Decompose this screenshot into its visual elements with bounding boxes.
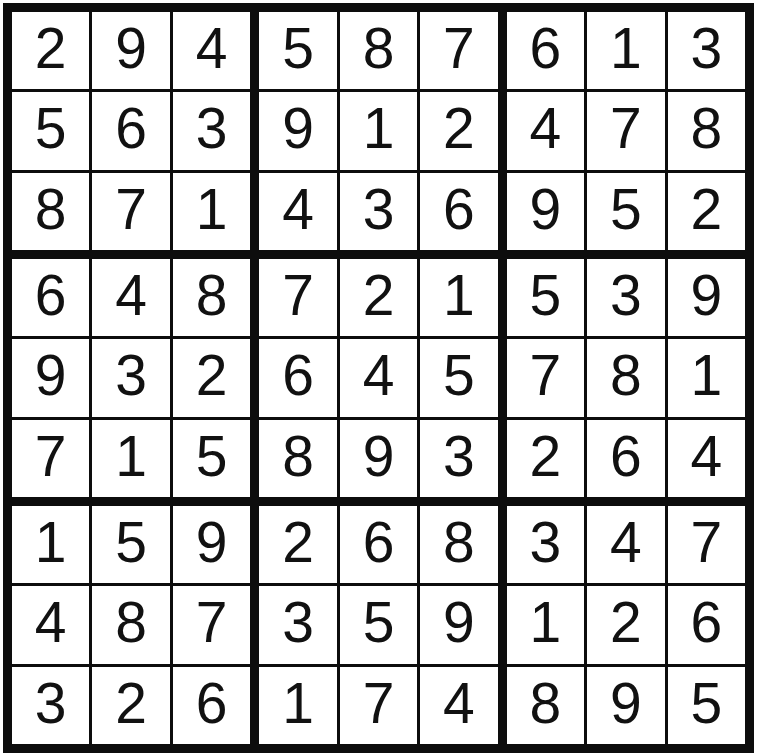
cell-r3c6[interactable]: 6 (420, 173, 497, 250)
cell-r7c2[interactable]: 5 (92, 506, 169, 583)
cell-r3c9[interactable]: 2 (668, 173, 745, 250)
cell-r5c4[interactable]: 6 (259, 339, 336, 416)
cell-r3c5[interactable]: 3 (340, 173, 417, 250)
cell-r2c4[interactable]: 9 (259, 92, 336, 169)
box-1: 294563871 (12, 12, 250, 250)
cell-r7c5[interactable]: 6 (340, 506, 417, 583)
cell-r9c9[interactable]: 5 (668, 667, 745, 744)
cell-r8c9[interactable]: 6 (668, 586, 745, 663)
cell-r2c7[interactable]: 4 (507, 92, 584, 169)
cell-r4c6[interactable]: 1 (420, 259, 497, 336)
cell-r8c2[interactable]: 8 (92, 586, 169, 663)
cell-r5c2[interactable]: 3 (92, 339, 169, 416)
cell-r3c7[interactable]: 9 (507, 173, 584, 250)
cell-r9c6[interactable]: 4 (420, 667, 497, 744)
cell-r8c5[interactable]: 5 (340, 586, 417, 663)
cell-r7c9[interactable]: 7 (668, 506, 745, 583)
cell-r7c8[interactable]: 4 (587, 506, 664, 583)
cell-r1c4[interactable]: 5 (259, 12, 336, 89)
cell-r1c7[interactable]: 6 (507, 12, 584, 89)
cell-r8c6[interactable]: 9 (420, 586, 497, 663)
cell-r7c1[interactable]: 1 (12, 506, 89, 583)
sudoku-board: 2945638715879124366134789526489327157216… (3, 3, 754, 753)
cell-r2c1[interactable]: 5 (12, 92, 89, 169)
cell-r1c2[interactable]: 9 (92, 12, 169, 89)
box-5: 721645893 (259, 259, 497, 497)
box-7: 159487326 (12, 506, 250, 744)
cell-r5c6[interactable]: 5 (420, 339, 497, 416)
cell-r1c9[interactable]: 3 (668, 12, 745, 89)
box-3: 613478952 (507, 12, 745, 250)
box-6: 539781264 (507, 259, 745, 497)
cell-r8c7[interactable]: 1 (507, 586, 584, 663)
cell-r8c3[interactable]: 7 (173, 586, 250, 663)
cell-r8c8[interactable]: 2 (587, 586, 664, 663)
cell-r1c3[interactable]: 4 (173, 12, 250, 89)
cell-r1c5[interactable]: 8 (340, 12, 417, 89)
cell-r2c3[interactable]: 3 (173, 92, 250, 169)
cell-r4c4[interactable]: 7 (259, 259, 336, 336)
cell-r9c5[interactable]: 7 (340, 667, 417, 744)
cell-r7c7[interactable]: 3 (507, 506, 584, 583)
cell-r8c4[interactable]: 3 (259, 586, 336, 663)
cell-r4c8[interactable]: 3 (587, 259, 664, 336)
cell-r4c2[interactable]: 4 (92, 259, 169, 336)
cell-r5c9[interactable]: 1 (668, 339, 745, 416)
cell-r6c8[interactable]: 6 (587, 420, 664, 497)
cell-r5c5[interactable]: 4 (340, 339, 417, 416)
cell-r9c1[interactable]: 3 (12, 667, 89, 744)
cell-r3c2[interactable]: 7 (92, 173, 169, 250)
cell-r6c9[interactable]: 4 (668, 420, 745, 497)
box-9: 347126895 (507, 506, 745, 744)
cell-r4c3[interactable]: 8 (173, 259, 250, 336)
cell-r7c4[interactable]: 2 (259, 506, 336, 583)
cell-r6c2[interactable]: 1 (92, 420, 169, 497)
box-2: 587912436 (259, 12, 497, 250)
cell-r9c4[interactable]: 1 (259, 667, 336, 744)
cell-r5c7[interactable]: 7 (507, 339, 584, 416)
cell-r4c7[interactable]: 5 (507, 259, 584, 336)
cell-r3c4[interactable]: 4 (259, 173, 336, 250)
cell-r4c1[interactable]: 6 (12, 259, 89, 336)
sudoku-frame: 2945638715879124366134789526489327157216… (0, 0, 757, 756)
cell-r2c9[interactable]: 8 (668, 92, 745, 169)
cell-r1c6[interactable]: 7 (420, 12, 497, 89)
cell-r2c5[interactable]: 1 (340, 92, 417, 169)
cell-r6c6[interactable]: 3 (420, 420, 497, 497)
cell-r5c8[interactable]: 8 (587, 339, 664, 416)
cell-r3c3[interactable]: 1 (173, 173, 250, 250)
cell-r5c3[interactable]: 2 (173, 339, 250, 416)
cell-r9c2[interactable]: 2 (92, 667, 169, 744)
cell-r6c1[interactable]: 7 (12, 420, 89, 497)
cell-r8c1[interactable]: 4 (12, 586, 89, 663)
cell-r6c5[interactable]: 9 (340, 420, 417, 497)
cell-r9c3[interactable]: 6 (173, 667, 250, 744)
cell-r2c6[interactable]: 2 (420, 92, 497, 169)
cell-r3c1[interactable]: 8 (12, 173, 89, 250)
cell-r1c8[interactable]: 1 (587, 12, 664, 89)
cell-r4c9[interactable]: 9 (668, 259, 745, 336)
cell-r1c1[interactable]: 2 (12, 12, 89, 89)
cell-r5c1[interactable]: 9 (12, 339, 89, 416)
cell-r9c8[interactable]: 9 (587, 667, 664, 744)
cell-r9c7[interactable]: 8 (507, 667, 584, 744)
cell-r6c4[interactable]: 8 (259, 420, 336, 497)
cell-r6c7[interactable]: 2 (507, 420, 584, 497)
cell-r2c2[interactable]: 6 (92, 92, 169, 169)
cell-r7c3[interactable]: 9 (173, 506, 250, 583)
cell-r3c8[interactable]: 5 (587, 173, 664, 250)
box-8: 268359174 (259, 506, 497, 744)
cell-r2c8[interactable]: 7 (587, 92, 664, 169)
cell-r6c3[interactable]: 5 (173, 420, 250, 497)
cell-r7c6[interactable]: 8 (420, 506, 497, 583)
cell-r4c5[interactable]: 2 (340, 259, 417, 336)
box-4: 648932715 (12, 259, 250, 497)
